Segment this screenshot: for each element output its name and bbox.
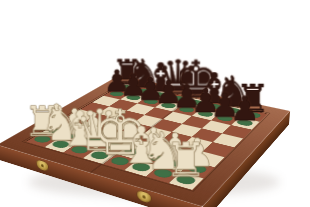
piece-glyph: ♟ <box>230 92 260 126</box>
piece-glyph: ♜ <box>165 136 207 183</box>
pieces-layer: ♜♞♝♛♚♝♞♜♟♟♟♟♟♟♟♟♟♟♟♟♟♟♟♟♜♞♝♛♚♝♞♜ <box>0 75 290 206</box>
brass-clasp-left-icon <box>36 159 48 171</box>
piece-black-pawn[interactable]: ♟ <box>228 71 262 122</box>
piece-white-rook[interactable]: ♜ <box>166 118 206 179</box>
brass-clasp-right-icon <box>137 190 151 204</box>
scene-3d: ♜♞♝♛♚♝♞♜♟♟♟♟♟♟♟♟♟♟♟♟♟♟♟♟♜♞♝♛♚♝♞♜ <box>0 0 310 207</box>
chessboard-plate: ♜♞♝♛♚♝♞♜♟♟♟♟♟♟♟♟♟♟♟♟♟♟♟♟♜♞♝♛♚♝♞♜ <box>0 75 290 206</box>
product-photo-stage: ♜♞♝♛♚♝♞♜♟♟♟♟♟♟♟♟♟♟♟♟♟♟♟♟♜♞♝♛♚♝♞♜ <box>0 0 310 207</box>
